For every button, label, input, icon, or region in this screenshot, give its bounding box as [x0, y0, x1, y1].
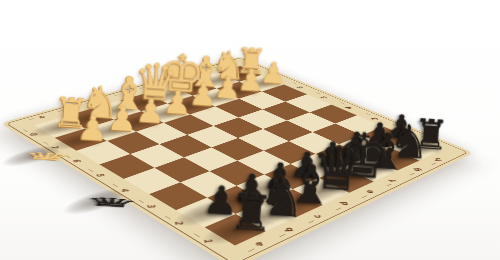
piece-black-rook[interactable]: ♜ — [228, 187, 275, 239]
square-f5 — [239, 109, 287, 129]
perspective-wrapper: ♜♞♝♛♚♝♞♜♟♟♟♟♟♟♟♟♟♟♟♟♟♟♟♟♜♞♝♛♚♝♞♜ aa11bb2… — [59, 0, 418, 260]
file-label-far-a: a — [37, 116, 46, 119]
file-label-far-h: h — [218, 65, 226, 67]
file-label-far-e: e — [147, 85, 156, 87]
rank-label-right-4: 4 — [344, 107, 354, 110]
piece-camel-pawn[interactable]: ♟ — [76, 110, 109, 146]
chess-set-product-photo: ♜♞♝♛♚♝♞♜♟♟♟♟♟♟♟♟♟♟♟♟♟♟♟♟♜♞♝♛♚♝♞♜ aa11bb2… — [0, 0, 500, 260]
rank-label-right-6: 6 — [296, 86, 305, 88]
file-label-near-a: a — [253, 242, 266, 247]
rank-label-right-8: 8 — [252, 68, 261, 70]
chess-board-grid: ♜♞♝♛♚♝♞♜♟♟♟♟♟♟♟♟♟♟♟♟♟♟♟♟♜♞♝♛♚♝♞♜ — [34, 66, 440, 245]
file-label-far-g: g — [195, 72, 204, 74]
rank-label-right-5: 5 — [320, 96, 329, 98]
file-label-far-d: d — [122, 92, 131, 94]
piece-camel-pawn[interactable]: ♟ — [162, 85, 193, 119]
file-label-far-f: f — [171, 79, 179, 80]
piece-camel-pawn[interactable]: ♟ — [106, 101, 138, 136]
spare-black-queen[interactable]: ♛ — [68, 187, 127, 216]
piece-camel-pawn[interactable]: ♟ — [135, 93, 166, 128]
vinyl-chess-board: ♜♞♝♛♚♝♞♜♟♟♟♟♟♟♟♟♟♟♟♟♟♟♟♟♜♞♝♛♚♝♞♜ aa11bb2… — [0, 56, 474, 260]
file-label-far-c: c — [95, 100, 104, 102]
spare-camel-queen[interactable]: ♛ — [7, 143, 62, 167]
rank-label-right-7: 7 — [273, 77, 282, 79]
